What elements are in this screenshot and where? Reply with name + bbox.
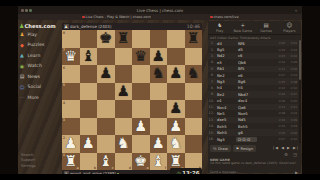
- black-move[interactable]: g6: [236, 130, 257, 135]
- new-tab-button[interactable]: ＋: [294, 8, 298, 13]
- top-player-name[interactable]: dark_defense (2403): [70, 24, 187, 29]
- site-favicon-2: [210, 16, 213, 19]
- rank-label-4: 4: [63, 101, 65, 105]
- square-f8[interactable]: [150, 30, 168, 48]
- move-number: 15.: [208, 131, 215, 135]
- square-d5[interactable]: ♟: [115, 83, 133, 101]
- white-move[interactable]: Ng3: [215, 79, 236, 84]
- tab-label: New Game: [231, 29, 254, 33]
- move-number: 7.: [208, 80, 215, 84]
- white-move[interactable]: Ne2: [215, 73, 236, 78]
- white-move[interactable]: h4: [215, 85, 236, 90]
- chesscom-logo[interactable]: ♟Chess.com: [19, 22, 61, 29]
- square-h3[interactable]: [185, 118, 203, 136]
- white-move-time: 0:05: [274, 131, 286, 135]
- square-d7[interactable]: [115, 48, 133, 66]
- panel-tools-icons[interactable]: ⚙ ◳: [284, 152, 299, 157]
- piece-black-pawn-f7[interactable]: ♟: [150, 48, 168, 66]
- letterbox-bottom: [0, 174, 320, 180]
- white-move-time: 0:05: [274, 80, 286, 84]
- square-c6[interactable]: ♟: [97, 65, 115, 83]
- black-move[interactable]: c6: [236, 53, 257, 58]
- window-close-button[interactable]: [21, 9, 24, 12]
- white-move[interactable]: d4: [215, 41, 236, 46]
- square-b3[interactable]: [80, 118, 98, 136]
- piece-black-knight-h6[interactable]: ♞: [185, 65, 203, 83]
- move-number: 13.: [208, 118, 215, 122]
- white-move-time: 0:09: [274, 99, 286, 103]
- piece-black-bishop-b7[interactable]: ♝: [80, 48, 98, 66]
- move-number: 10.: [208, 99, 215, 103]
- square-f3[interactable]: [150, 118, 168, 136]
- browser-tab-bar: Live Chess | chess.com ＋: [18, 6, 302, 14]
- chat-system-message: 10 min rated game vs dark_defense (2403)…: [210, 162, 296, 166]
- move-number: 6.: [208, 73, 215, 77]
- black-move[interactable]: Bf5: [236, 66, 257, 71]
- white-move-time: 0:11: [274, 67, 286, 71]
- square-b8[interactable]: [80, 30, 98, 48]
- piece-black-pawn-c6[interactable]: ♟: [97, 65, 115, 83]
- square-f1[interactable]: f♝: [150, 153, 168, 171]
- move-number: 3.: [208, 54, 215, 58]
- social-icon: ☺: [19, 84, 25, 90]
- sidebar-item-label: Play: [28, 32, 38, 37]
- sidebar-menu: ♟Play◆Puzzles▲Learn◉Watch▤News☺Social⋯Mo…: [19, 29, 61, 103]
- game-panel: ♞Play+New Game▤Games☺Players A45 Indian …: [208, 21, 301, 173]
- rank-label-5: 5: [63, 83, 65, 87]
- square-h6[interactable]: ♞: [185, 65, 203, 83]
- top-player-clock: 10:46: [187, 24, 200, 29]
- black-move-time: 0:12: [286, 137, 298, 141]
- tab-games[interactable]: ▤Games: [255, 21, 278, 34]
- black-move-time: 0:09: [286, 118, 298, 122]
- sidebar-item-watch[interactable]: ◉Watch: [19, 61, 61, 72]
- rank-label-8: 8: [63, 31, 65, 35]
- white-move-time: 0:05: [274, 54, 286, 58]
- white-move[interactable]: Nxc4: [215, 105, 236, 110]
- square-e6[interactable]: [132, 65, 150, 83]
- sidebar-item-learn[interactable]: ▲Learn: [19, 50, 61, 61]
- black-move[interactable]: Qa6: [236, 105, 257, 110]
- white-move-time: 0:04: [274, 60, 286, 64]
- square-e7[interactable]: ♛: [132, 48, 150, 66]
- top-player-avatar[interactable]: ♟: [64, 24, 69, 29]
- piece-white-king-e1[interactable]: ♚: [132, 153, 150, 171]
- black-move-time: 0:03: [286, 73, 298, 77]
- piece-white-knight-d2[interactable]: ♞: [115, 135, 133, 153]
- piece-black-king-c8[interactable]: ♚: [97, 30, 115, 48]
- watch-icon: ◉: [19, 63, 25, 69]
- games-tab-icon: ▤: [255, 22, 278, 28]
- square-e8[interactable]: [132, 30, 150, 48]
- sidebar-item-play[interactable]: ♟Play: [19, 29, 61, 40]
- black-move[interactable]: Nxe5: [236, 111, 257, 116]
- black-move-time: 0:04: [286, 48, 298, 52]
- play-icon: ♟: [19, 31, 25, 37]
- draw-button[interactable]: ½ Draw: [210, 145, 231, 152]
- square-e1[interactable]: e♚: [132, 153, 150, 171]
- rank-label-3: 3: [63, 118, 65, 122]
- sidebar-item-label: More: [28, 95, 39, 100]
- learn-icon: ▲: [19, 52, 25, 58]
- sidebar-item-puzzles[interactable]: ◆Puzzles: [19, 40, 61, 51]
- white-move[interactable]: Nd2: [215, 53, 236, 58]
- white-move[interactable]: c4: [215, 98, 236, 103]
- white-move-time: 0:14: [274, 105, 286, 109]
- square-c4[interactable]: [97, 100, 115, 118]
- white-move[interactable]: dxe5: [215, 117, 236, 122]
- black-move[interactable]: Bxh5: [236, 124, 257, 129]
- square-d2[interactable]: ♞: [115, 135, 133, 153]
- square-a3[interactable]: 3: [62, 118, 80, 136]
- move-row: 16.Ng3O-O-O0:070:12: [208, 136, 298, 142]
- game-action-buttons: ½ Draw ⚑ Resign: [210, 145, 256, 152]
- square-c1[interactable]: c♝: [97, 153, 115, 171]
- rank-label-6: 6: [63, 66, 65, 70]
- black-move-time: 0:02: [286, 54, 298, 58]
- sidebar-item-label: Watch: [28, 63, 42, 68]
- square-g7[interactable]: [167, 48, 185, 66]
- piece-white-pawn-a2[interactable]: ♟: [62, 135, 80, 153]
- tab-players[interactable]: ☺Players: [278, 21, 301, 34]
- move-number: 16.: [208, 137, 215, 141]
- move-nav-controls[interactable]: |◀ ◀ ▶ ▶|: [273, 146, 299, 150]
- black-move-time: 0:11: [286, 105, 298, 109]
- square-b1[interactable]: b: [80, 153, 98, 171]
- piece-white-rook-a1[interactable]: ♜: [62, 153, 80, 171]
- move-number: 2.: [208, 48, 215, 52]
- top-player-bar: ♟ dark_defense (2403) 10:46: [62, 23, 202, 30]
- tab-new-game[interactable]: +New Game: [231, 21, 254, 34]
- square-a1[interactable]: 1a♜: [62, 153, 80, 171]
- players-tab-icon: ☺: [278, 22, 301, 28]
- white-move[interactable]: Ne5: [215, 111, 236, 116]
- move-number: 14.: [208, 124, 215, 128]
- white-move-time: 0:03: [274, 48, 286, 52]
- square-g6[interactable]: ♟: [167, 65, 185, 83]
- square-b2[interactable]: ♟: [80, 135, 98, 153]
- piece-white-pawn-b2[interactable]: ♟: [80, 135, 98, 153]
- square-e5[interactable]: [132, 83, 150, 101]
- square-g2[interactable]: ♞: [167, 135, 185, 153]
- move-number: 1.: [208, 41, 215, 45]
- sidebar-item-news[interactable]: ▤News: [19, 71, 61, 82]
- black-move-time: 0:10: [286, 86, 298, 90]
- move-number: 4.: [208, 60, 215, 64]
- sidebar-item-more[interactable]: ⋯More: [19, 92, 61, 103]
- square-b7[interactable]: ♝: [80, 48, 98, 66]
- black-move[interactable]: Nbd7: [236, 92, 257, 97]
- sidebar-footer-settings[interactable]: Settings: [21, 164, 36, 170]
- piece-black-rook-d8[interactable]: ♜: [115, 30, 133, 48]
- square-c2[interactable]: [97, 135, 115, 153]
- white-move-time: 0:06: [274, 92, 286, 96]
- black-move-time: 0:08: [286, 80, 298, 84]
- piece-black-pawn-g4[interactable]: ♟: [167, 100, 185, 118]
- bookmark-left[interactable]: Live Chess - Play & Watch | chess.com: [82, 15, 151, 19]
- play-tab-icon: ♞: [208, 22, 231, 28]
- black-move-time: 0:03: [286, 124, 298, 128]
- news-icon: ▤: [19, 73, 25, 79]
- resign-button[interactable]: ⚑ Resign: [233, 145, 256, 152]
- piece-white-pawn-f2[interactable]: ♟: [150, 135, 168, 153]
- black-move[interactable]: dxc4: [236, 98, 257, 103]
- square-a5[interactable]: 5: [62, 83, 80, 101]
- square-d4[interactable]: [115, 100, 133, 118]
- piece-white-queen-a7[interactable]: ♛: [62, 48, 80, 66]
- browser-tab-title[interactable]: Live Chess | chess.com: [137, 8, 183, 13]
- square-d6[interactable]: [115, 65, 133, 83]
- square-g5[interactable]: [167, 83, 185, 101]
- sidebar-item-social[interactable]: ☺Social: [19, 82, 61, 93]
- piece-white-bishop-f1[interactable]: ♝: [150, 153, 168, 171]
- piece-black-pawn-d5[interactable]: ♟: [115, 83, 133, 101]
- square-g3[interactable]: ♟: [167, 118, 185, 136]
- tab-label: Games: [255, 29, 278, 33]
- square-c3[interactable]: [97, 118, 115, 136]
- white-move[interactable]: Nxh5: [215, 130, 236, 135]
- puzzles-icon: ◆: [19, 42, 25, 48]
- white-move[interactable]: Rb1: [215, 66, 236, 71]
- square-e2[interactable]: [132, 135, 150, 153]
- square-a2[interactable]: 2♟: [62, 135, 80, 153]
- black-move-time: 0:05: [286, 99, 298, 103]
- piece-white-pawn-g3[interactable]: ♟: [167, 118, 185, 136]
- bookmark-right[interactable]: chess.com/live: [210, 15, 239, 19]
- square-f5[interactable]: [150, 83, 168, 101]
- move-list-scrollbar[interactable]: [299, 40, 301, 143]
- white-move[interactable]: Bg5: [215, 47, 236, 52]
- white-move[interactable]: Bxh5: [215, 124, 236, 129]
- scrollbar-thumb[interactable]: [299, 40, 301, 80]
- square-f6[interactable]: ♞: [150, 65, 168, 83]
- square-h8[interactable]: ♜: [185, 30, 203, 48]
- chat-area: NEW GAME 10 min rated game vs dark_defen…: [210, 158, 296, 166]
- square-a8[interactable]: 8: [62, 30, 80, 48]
- black-move[interactable]: O-O-O: [236, 137, 257, 142]
- square-f2[interactable]: ♟: [150, 135, 168, 153]
- square-f4[interactable]: [150, 100, 168, 118]
- move-list: 1.d4Nf60:020:012.Bg5d50:030:043.Nd2c60:0…: [208, 40, 298, 143]
- black-move-time: 0:06: [286, 131, 298, 135]
- screenshot-frame: Live Chess | chess.com ＋ Live Chess - Pl…: [0, 0, 320, 180]
- black-move[interactable]: Qb6: [236, 60, 257, 65]
- square-c5[interactable]: [97, 83, 115, 101]
- sidebar: ♟Chess.com ♟Play◆Puzzles▲Learn◉Watch▤New…: [19, 22, 61, 172]
- square-d3[interactable]: [115, 118, 133, 136]
- white-move[interactable]: Ng3: [215, 137, 236, 142]
- sidebar-item-label: Social: [28, 84, 42, 89]
- site-favicon: [82, 16, 85, 19]
- chesscom-page: ♟Chess.com ♟Play◆Puzzles▲Learn◉Watch▤New…: [18, 20, 302, 174]
- tab-play[interactable]: ♞Play: [208, 21, 231, 34]
- piece-black-knight-f6[interactable]: ♞: [150, 65, 168, 83]
- piece-black-rook-h8[interactable]: ♜: [185, 30, 203, 48]
- square-h4[interactable]: [185, 100, 203, 118]
- white-move[interactable]: e3: [215, 60, 236, 65]
- white-move-time: 0:10: [274, 124, 286, 128]
- square-g4[interactable]: ♟: [167, 100, 185, 118]
- move-number: 8.: [208, 86, 215, 90]
- browser-window: Live Chess | chess.com ＋ Live Chess - Pl…: [18, 6, 302, 174]
- window-minimize-button[interactable]: [25, 9, 28, 12]
- white-move-time: 0:06: [274, 118, 286, 122]
- white-move-time: 0:07: [274, 73, 286, 77]
- new-game-tab-icon: +: [231, 22, 254, 28]
- square-c8[interactable]: ♚: [97, 30, 115, 48]
- black-move[interactable]: h5: [236, 85, 257, 90]
- square-b4[interactable]: [80, 100, 98, 118]
- square-b5[interactable]: [80, 83, 98, 101]
- square-a4[interactable]: 4: [62, 100, 80, 118]
- square-f7[interactable]: ♟: [150, 48, 168, 66]
- sidebar-footer: SearchSupportSettings: [21, 153, 36, 170]
- white-move-time: 0:02: [274, 41, 286, 45]
- black-move[interactable]: e6: [236, 73, 257, 78]
- square-h2[interactable]: [185, 135, 203, 153]
- white-move-time: 0:07: [274, 137, 286, 141]
- black-move-time: 0:09: [286, 60, 298, 64]
- piece-white-bishop-c1[interactable]: ♝: [97, 153, 115, 171]
- black-move-time: 0:04: [286, 111, 298, 115]
- piece-black-queen-e7[interactable]: ♛: [132, 48, 150, 66]
- square-e4[interactable]: [132, 100, 150, 118]
- move-number: 12.: [208, 111, 215, 115]
- window-zoom-button[interactable]: [29, 9, 32, 12]
- piece-black-pawn-g6[interactable]: ♟: [167, 65, 185, 83]
- tab-label: Play: [208, 29, 231, 33]
- square-c7[interactable]: [97, 48, 115, 66]
- square-e3[interactable]: ♟: [132, 118, 150, 136]
- chess-board[interactable]: 8♚♜♜7♛♝♛♟6♟♞♟♞5♟4♟3♟♟2♟♟♞♟♞1a♜bc♝de♚f♝g♜…: [62, 30, 202, 170]
- square-h7[interactable]: [185, 48, 203, 66]
- white-move[interactable]: Be2: [215, 92, 236, 97]
- black-move[interactable]: Nd5: [236, 117, 257, 122]
- square-b6[interactable]: [80, 65, 98, 83]
- black-move[interactable]: Bg6: [236, 79, 257, 84]
- move-number: 5.: [208, 67, 215, 71]
- square-d8[interactable]: ♜: [115, 30, 133, 48]
- black-move-time: 0:01: [286, 41, 298, 45]
- piece-white-knight-g2[interactable]: ♞: [167, 135, 185, 153]
- tab-label: Players: [278, 29, 301, 33]
- sidebar-item-label: Puzzles: [28, 42, 45, 47]
- square-g8[interactable]: [167, 30, 185, 48]
- black-move-time: 0:06: [286, 67, 298, 71]
- black-move-time: 0:07: [286, 92, 298, 96]
- move-number: 9.: [208, 92, 215, 96]
- black-move[interactable]: Nf6: [236, 41, 257, 46]
- sidebar-item-label: Learn: [28, 53, 41, 58]
- sidebar-item-label: News: [28, 74, 40, 79]
- square-h5[interactable]: [185, 83, 203, 101]
- square-a6[interactable]: 6: [62, 65, 80, 83]
- panel-tabs: ♞Play+New Game▤Games☺Players: [208, 21, 301, 35]
- white-move-time: 0:12: [274, 86, 286, 90]
- square-d1[interactable]: d: [115, 153, 133, 171]
- move-number: 11.: [208, 105, 215, 109]
- more-icon: ⋯: [19, 94, 25, 100]
- white-move-time: 0:08: [274, 111, 286, 115]
- letterbox-top: [0, 0, 320, 6]
- square-a7[interactable]: 7♛: [62, 48, 80, 66]
- piece-white-pawn-e3[interactable]: ♟: [132, 118, 150, 136]
- black-move[interactable]: d5: [236, 47, 257, 52]
